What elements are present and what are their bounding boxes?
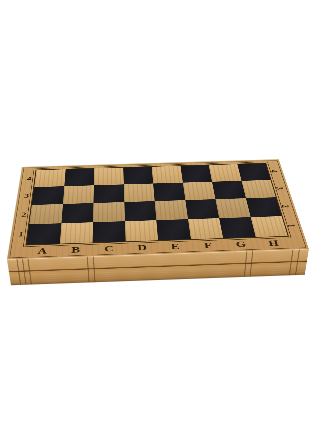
square-f3	[183, 182, 216, 201]
square-e2	[155, 200, 188, 220]
square-d3	[124, 183, 155, 202]
file-label-G: G	[223, 237, 259, 251]
square-d2	[124, 201, 156, 221]
square-e3	[153, 182, 185, 201]
square-e1	[156, 219, 190, 240]
file-label-B: B	[59, 243, 93, 258]
rank-label-right-4: 4	[259, 167, 290, 175]
rank-label-left-3: 3	[19, 187, 34, 205]
rank-label-left-4: 4	[22, 170, 37, 187]
board-squares-wrap	[27, 163, 288, 244]
square-a2	[29, 204, 62, 224]
front-groove-line	[86, 257, 89, 283]
file-label-C: C	[92, 241, 126, 255]
front-groove-line	[250, 251, 254, 277]
square-a4	[34, 169, 65, 187]
square-b3	[63, 185, 94, 204]
square-c1	[93, 221, 126, 242]
square-d1	[125, 220, 158, 241]
square-g1	[219, 217, 255, 238]
board-top-face: 4321 4321 ABCDEFGH	[7, 159, 309, 259]
rank-label-left-2: 2	[16, 205, 32, 225]
lid-seam-groove	[9, 261, 307, 273]
rank-labels-left: 4321	[13, 170, 37, 245]
front-groove-line	[16, 259, 21, 285]
front-groove-line	[27, 259, 31, 285]
rank-label-right-1: 1	[274, 221, 308, 230]
square-f1	[188, 218, 223, 239]
square-b4	[64, 168, 94, 186]
square-a1	[27, 223, 62, 245]
rank-label-right-3: 3	[263, 184, 295, 192]
front-groove-line	[244, 251, 247, 277]
square-a3	[32, 186, 64, 205]
rank-label-right-2: 2	[269, 202, 302, 211]
chess-board	[27, 163, 288, 244]
square-g2	[215, 198, 250, 218]
square-b2	[61, 203, 93, 223]
front-groove-line	[289, 250, 294, 276]
file-label-F: F	[191, 238, 226, 252]
photo-scene: 4321 4321 ABCDEFGH	[0, 0, 310, 430]
front-groove-line	[93, 257, 96, 283]
square-c3	[93, 184, 124, 203]
square-h1	[250, 216, 287, 237]
front-groove-line	[22, 259, 27, 285]
file-label-H: H	[255, 236, 291, 250]
product-photo: 4321 4321 ABCDEFGH	[0, 0, 310, 430]
file-label-A: A	[25, 244, 60, 259]
file-label-E: E	[158, 239, 192, 253]
square-c4	[94, 168, 124, 186]
square-c2	[93, 202, 125, 222]
front-groove-line	[295, 249, 300, 275]
square-g4	[209, 164, 242, 181]
square-d4	[123, 167, 153, 185]
square-e4	[152, 166, 183, 183]
rank-label-left-1: 1	[13, 224, 30, 245]
file-label-D: D	[125, 240, 159, 254]
chess-board-box: 4321 4321 ABCDEFGH	[7, 159, 309, 259]
square-g3	[212, 181, 246, 200]
square-f2	[185, 199, 219, 219]
square-f4	[180, 165, 212, 182]
square-b1	[60, 222, 93, 244]
